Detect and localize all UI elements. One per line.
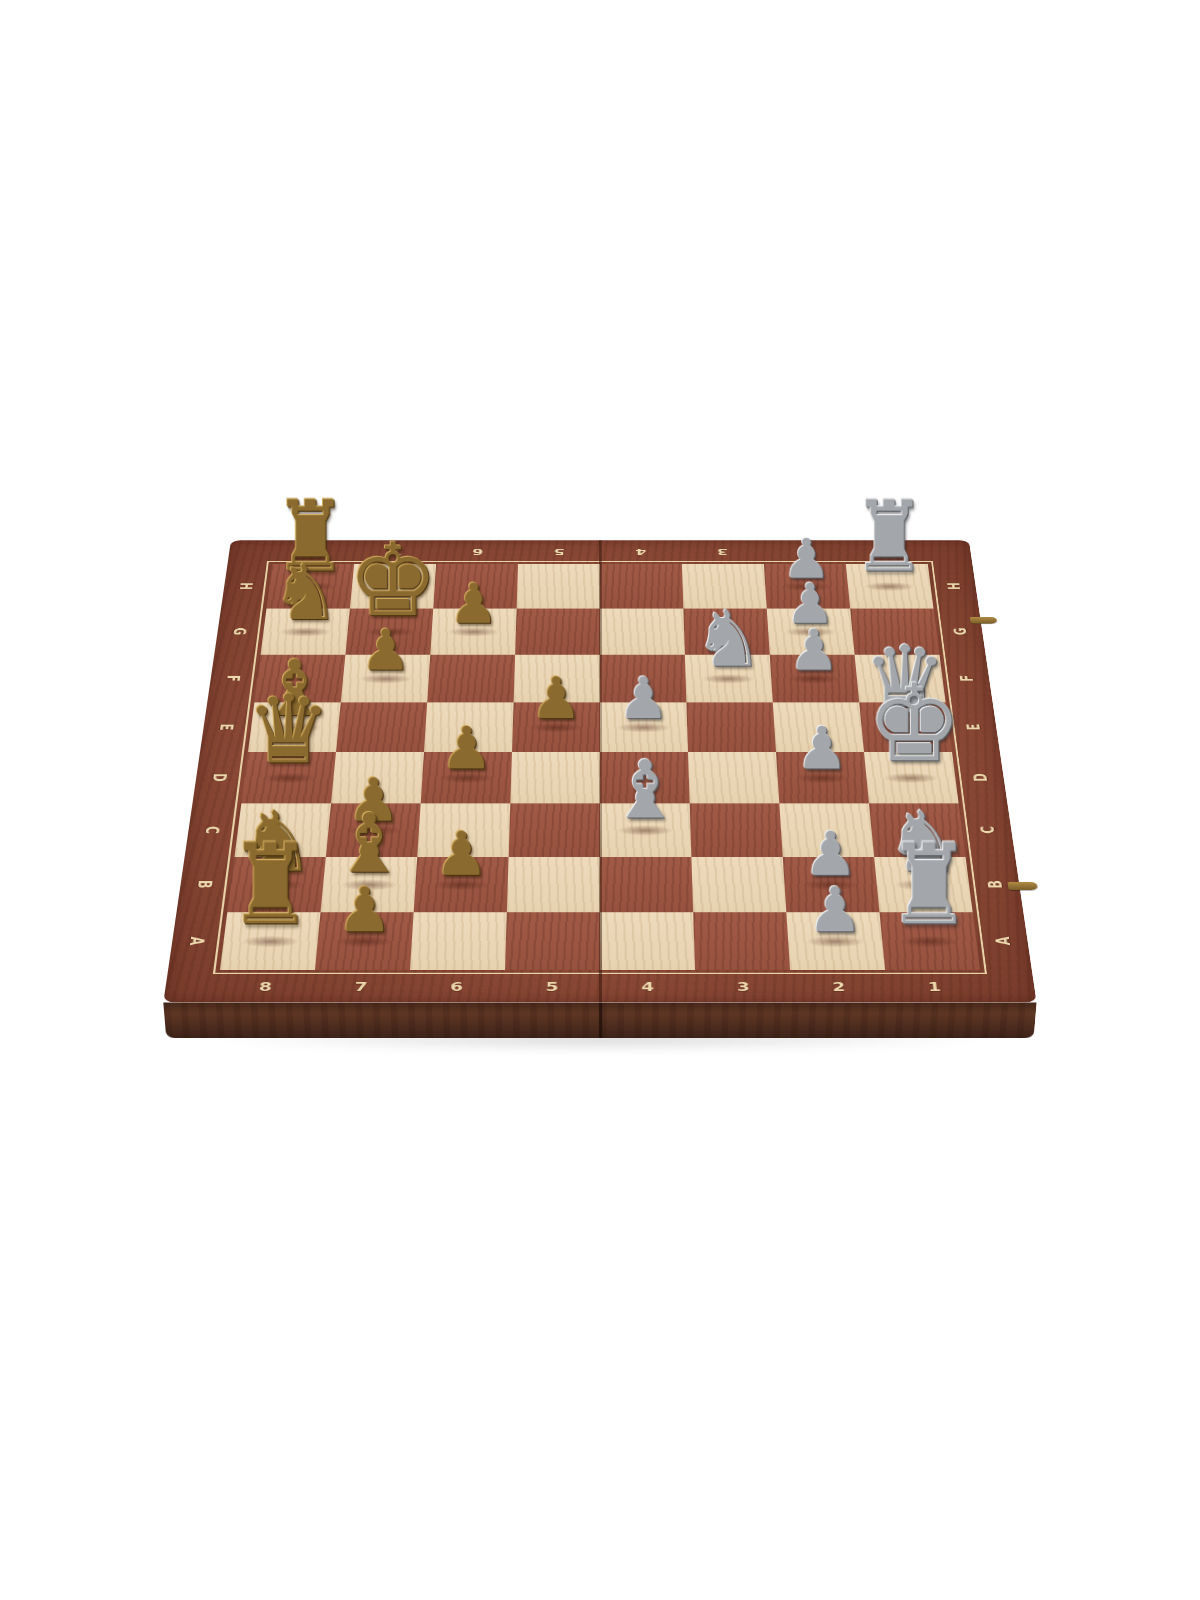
- rank-label-8: 8: [216, 976, 314, 998]
- gold-pawn-glyph: ♟: [432, 576, 516, 631]
- rank-label-4: 4: [600, 976, 696, 998]
- rank-label-4: 4: [600, 544, 682, 559]
- file-label-H: H: [203, 579, 288, 594]
- gold-pawn-glyph: ♟: [513, 670, 600, 727]
- rank-label-5: 5: [504, 976, 600, 998]
- piece-silver-P-a2[interactable]: ♟: [786, 912, 885, 970]
- rank-label-8: 8: [273, 544, 356, 559]
- rank-label-6: 6: [408, 976, 505, 998]
- piece-silver-P-d2[interactable]: ♟: [776, 752, 869, 803]
- rank-labels-far: 87654321: [273, 544, 927, 559]
- piece-gold-P-d6[interactable]: ♟: [421, 752, 512, 803]
- rank-label-6: 6: [436, 544, 518, 559]
- board-front-edge: [163, 1002, 1036, 1038]
- silver-pawn-glyph: ♟: [771, 622, 857, 678]
- silver-knight-glyph: ♞: [686, 600, 772, 678]
- rank-label-2: 2: [763, 544, 846, 559]
- product-photo-page: 87654321 87654321 HGFEDCBA HGFEDCBA ♜♟♜♟…: [0, 0, 1200, 1600]
- silver-rook-glyph: ♜: [848, 489, 931, 587]
- file-label-G: G: [917, 624, 1003, 640]
- gold-rook-glyph: ♜: [224, 830, 318, 941]
- piece-silver-R-a1[interactable]: ♜: [879, 912, 980, 970]
- pieces-layer: ♜♟♜♟♟♚♞♟♞♟♛♟♟♝♚♟♟♛♝♟♞♟♟♝♞♜♟♟♜: [220, 564, 980, 970]
- rank-label-7: 7: [312, 976, 409, 998]
- fold-seam-edge-notch: [599, 1002, 602, 1038]
- rank-label-3: 3: [695, 976, 792, 998]
- silver-rook-glyph: ♜: [882, 830, 976, 941]
- gold-pawn-glyph: ♟: [415, 823, 507, 884]
- gold-pawn-glyph: ♟: [343, 622, 429, 678]
- gold-pawn-glyph: ♟: [422, 719, 511, 778]
- silver-king-glyph: ♚: [866, 670, 955, 777]
- rank-label-5: 5: [518, 544, 600, 559]
- piece-gold-P-e5[interactable]: ♟: [512, 702, 600, 752]
- silver-bishop-glyph: ♝: [600, 750, 691, 830]
- piece-gold-P-g6[interactable]: ♟: [430, 609, 516, 655]
- gold-queen-glyph: ♛: [245, 683, 334, 778]
- file-label-H: H: [912, 579, 997, 594]
- rank-label-1: 1: [886, 976, 984, 998]
- silver-pawn-glyph: ♟: [778, 719, 867, 778]
- file-label-G: G: [196, 624, 282, 640]
- gold-bishop-glyph: ♝: [323, 803, 415, 885]
- piece-gold-P-b6[interactable]: ♟: [414, 857, 509, 912]
- piece-gold-R-a8[interactable]: ♜: [220, 912, 321, 970]
- rank-label-7: 7: [355, 544, 438, 559]
- piece-gold-P-a7[interactable]: ♟: [315, 912, 414, 970]
- rank-label-1: 1: [844, 544, 927, 559]
- silver-pawn-glyph: ♟: [600, 670, 687, 727]
- chess-board: 87654321 87654321 HGFEDCBA HGFEDCBA ♜♟♜♟…: [163, 540, 1036, 1002]
- rank-label-3: 3: [681, 544, 763, 559]
- rank-label-2: 2: [790, 976, 887, 998]
- silver-pawn-glyph: ♟: [788, 879, 882, 941]
- gold-pawn-glyph: ♟: [318, 879, 412, 941]
